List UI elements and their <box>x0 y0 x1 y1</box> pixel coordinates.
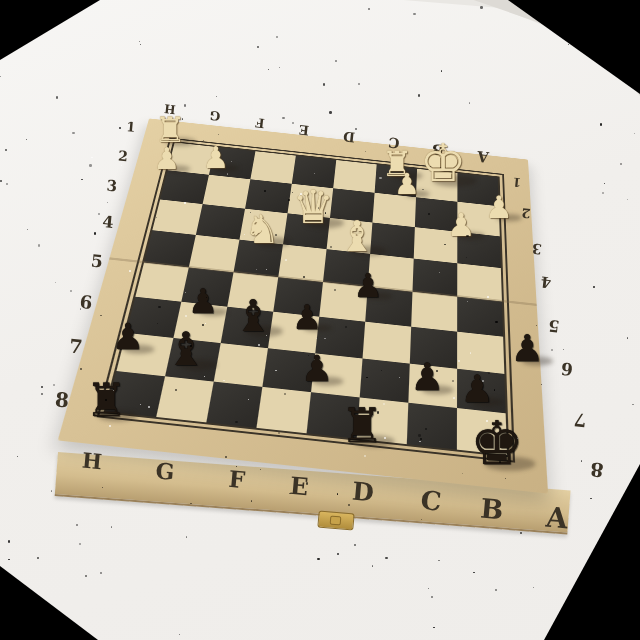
speckle <box>581 460 582 461</box>
square-b2 <box>415 197 458 231</box>
square-b7 <box>408 364 457 408</box>
square-e1 <box>292 156 336 189</box>
speckle <box>428 588 429 589</box>
speckle <box>70 290 72 292</box>
speckle <box>80 308 82 310</box>
rank-label-right-8: 8 <box>589 458 604 481</box>
speckle <box>632 404 633 405</box>
brass-clasp <box>317 510 354 530</box>
square-b6 <box>410 327 457 369</box>
board-perspective-wrapper <box>86 45 560 519</box>
square-g1 <box>209 147 255 179</box>
photo-corner-bottom-left <box>0 566 98 640</box>
square-g7 <box>165 338 221 382</box>
speckle <box>520 532 522 534</box>
square-h2 <box>160 170 209 204</box>
speckle <box>495 589 497 591</box>
speckle <box>107 202 108 203</box>
square-e5 <box>273 277 323 317</box>
speckle <box>372 565 374 567</box>
speckle-light <box>115 181 116 182</box>
speckle-light <box>91 157 92 158</box>
square-c7 <box>360 358 410 402</box>
square-d7 <box>311 353 362 397</box>
square-c8 <box>357 397 409 444</box>
speckle <box>100 572 102 574</box>
photo-corner-top-left <box>0 0 100 60</box>
speckle <box>433 627 434 628</box>
square-c2 <box>372 193 416 227</box>
speckle <box>179 634 180 635</box>
square-b1 <box>416 169 457 202</box>
speckle <box>26 139 28 141</box>
speckle <box>431 596 433 598</box>
speckle <box>602 192 604 194</box>
square-a7 <box>457 369 506 414</box>
speckle <box>140 44 141 45</box>
square-f6 <box>221 307 274 349</box>
square-d8 <box>307 392 360 439</box>
speckle <box>56 96 58 98</box>
square-b8 <box>407 403 457 450</box>
speckle <box>98 213 100 215</box>
speckle <box>186 536 187 537</box>
square-h8 <box>106 371 165 417</box>
square-e3 <box>283 213 330 249</box>
photo-of-chess-board: { "game": "chess", "scene": "overhead-an… <box>0 0 640 640</box>
speckle <box>0 180 2 182</box>
square-g2 <box>203 175 251 209</box>
square-b5 <box>411 292 457 332</box>
speckle <box>79 543 81 545</box>
rank-label-right-6: 6 <box>560 358 574 379</box>
board-inner-border <box>97 138 515 463</box>
square-h5 <box>135 263 188 302</box>
speckle <box>0 76 1 77</box>
square-g6 <box>173 302 227 343</box>
speckle <box>8 559 9 560</box>
speckle <box>119 127 121 129</box>
square-a5 <box>457 297 503 337</box>
speckle <box>354 544 356 546</box>
square-g8 <box>156 376 214 422</box>
speckle <box>568 44 569 45</box>
speckle <box>533 587 534 588</box>
square-c5 <box>365 287 412 327</box>
square-e6 <box>268 312 319 354</box>
square-d1 <box>333 160 376 193</box>
speckle <box>41 393 43 395</box>
square-a2 <box>457 202 499 237</box>
speckle <box>27 229 28 230</box>
speckle <box>276 36 278 38</box>
square-d6 <box>315 317 365 359</box>
square-h3 <box>152 199 202 234</box>
photo-corner-top-right <box>508 0 640 94</box>
square-d3 <box>327 218 373 254</box>
speckle <box>257 46 259 48</box>
speckle-light <box>115 150 116 151</box>
speckle <box>620 163 622 165</box>
square-c3 <box>370 223 415 259</box>
speckle <box>8 540 11 543</box>
square-b3 <box>414 227 458 263</box>
speckle <box>337 553 339 555</box>
speckle <box>53 384 55 386</box>
rank-label-left-6: 6 <box>79 291 93 313</box>
square-h1 <box>168 142 215 174</box>
speckle <box>385 557 387 559</box>
speckle <box>335 60 337 62</box>
speckle <box>76 524 78 526</box>
square-f1 <box>250 151 295 183</box>
square-g5 <box>181 267 233 306</box>
speckle <box>438 560 440 562</box>
square-f3 <box>239 209 287 245</box>
speckle <box>551 349 553 351</box>
square-h7 <box>116 333 173 376</box>
square-a1 <box>457 173 498 206</box>
speckle <box>473 572 474 573</box>
speckle <box>604 183 605 184</box>
speckle <box>6 183 8 185</box>
square-g3 <box>196 204 245 240</box>
speckle <box>94 232 96 234</box>
speckle <box>111 526 113 528</box>
speckle <box>590 498 591 499</box>
square-h6 <box>126 297 181 338</box>
square-d2 <box>330 188 375 222</box>
square-c6 <box>363 322 412 364</box>
speckle <box>81 179 82 180</box>
square-e7 <box>262 348 315 392</box>
square-f2 <box>245 179 292 213</box>
speckle <box>441 70 442 71</box>
speckle <box>5 149 7 151</box>
speckle <box>413 13 415 15</box>
speckle <box>480 6 483 9</box>
square-a6 <box>457 332 504 374</box>
speckle <box>139 41 140 42</box>
square-f7 <box>214 343 268 387</box>
square-f8 <box>206 382 262 428</box>
square-a3 <box>457 232 501 268</box>
speckle <box>600 123 602 125</box>
square-a8 <box>457 408 507 455</box>
speckle <box>563 349 564 350</box>
speckle <box>89 164 92 167</box>
chess-grid <box>103 141 509 457</box>
speckle <box>41 386 43 388</box>
wooden-board-frame <box>58 118 548 493</box>
speckle <box>593 286 595 288</box>
speckle <box>38 244 41 247</box>
speckle <box>37 557 39 559</box>
speckle <box>634 133 635 134</box>
speckle <box>17 456 18 457</box>
square-d5 <box>319 282 368 322</box>
speckle <box>368 8 370 10</box>
square-c1 <box>375 164 417 197</box>
rank-label-left-5: 5 <box>90 251 104 272</box>
speckle <box>85 575 87 577</box>
speckle <box>51 490 53 492</box>
speckle <box>627 337 629 339</box>
speckle <box>72 132 74 134</box>
speckle <box>317 558 319 560</box>
square-e2 <box>288 184 334 218</box>
rank-label-right-5: 5 <box>547 316 560 336</box>
square-e8 <box>256 387 311 433</box>
speckle <box>627 199 628 200</box>
rank-label-right-7: 7 <box>573 409 588 431</box>
square-f5 <box>227 272 278 311</box>
rank-label-right-4: 4 <box>540 273 552 292</box>
speckle <box>55 282 56 283</box>
